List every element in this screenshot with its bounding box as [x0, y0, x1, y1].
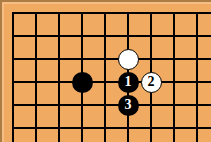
- go-board-diagram[interactable]: 123: [0, 0, 211, 142]
- grid-line-vertical: [35, 12, 37, 142]
- grid-line-horizontal: [12, 127, 211, 129]
- stone-black-move-1-F16[interactable]: 1: [118, 72, 139, 93]
- grid-line-vertical: [104, 12, 106, 142]
- grid-line-horizontal: [12, 81, 211, 83]
- grid-line-vertical: [196, 12, 198, 142]
- stone-white-F17[interactable]: [118, 49, 139, 70]
- grid-line-vertical: [173, 12, 175, 142]
- grid-line-horizontal: [12, 12, 211, 14]
- stone-white-move-2-G16[interactable]: 2: [141, 72, 162, 93]
- grid-line-vertical: [12, 12, 14, 142]
- grid-line-horizontal: [12, 104, 211, 106]
- frame-highlight-top: [2, 2, 211, 4]
- grid-line-horizontal: [12, 35, 211, 37]
- grid-line-horizontal: [12, 58, 211, 60]
- stone-black-move-3-F15[interactable]: 3: [118, 95, 139, 116]
- grid-line-vertical: [58, 12, 60, 142]
- stone-black-D16[interactable]: [72, 72, 93, 93]
- frame-highlight-left: [2, 2, 4, 142]
